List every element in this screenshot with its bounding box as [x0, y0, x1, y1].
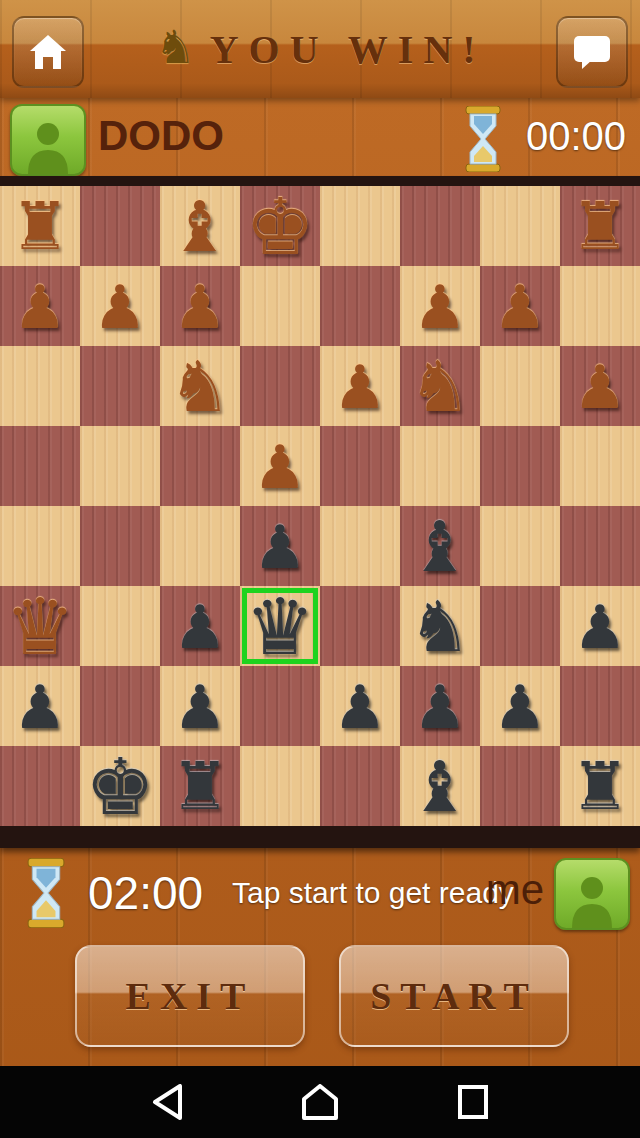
- white-pawn: ♟: [320, 344, 400, 430]
- board-frame-top: [0, 176, 640, 186]
- board-frame-bottom: [0, 826, 640, 848]
- white-pawn: ♟: [560, 344, 640, 430]
- board-square[interactable]: ♝: [400, 746, 480, 826]
- chat-bubble-icon: [572, 33, 612, 71]
- board-square[interactable]: [560, 666, 640, 746]
- white-rook: ♜: [560, 184, 640, 270]
- board-square[interactable]: ♞: [400, 586, 480, 666]
- white-pawn: ♟: [480, 264, 560, 350]
- board-square[interactable]: [80, 506, 160, 586]
- black-pawn: ♟: [320, 664, 400, 750]
- home-nav-icon[interactable]: [300, 1082, 340, 1122]
- board-square[interactable]: [80, 426, 160, 506]
- white-queen: ♛: [0, 584, 80, 670]
- white-pawn: ♟: [160, 264, 240, 350]
- white-pawn: ♟: [0, 264, 80, 350]
- black-pawn: ♟: [160, 664, 240, 750]
- my-name: me: [486, 866, 544, 914]
- highlight-square: [242, 588, 318, 664]
- board-square[interactable]: ♟: [560, 586, 640, 666]
- white-bishop: ♝: [160, 184, 240, 270]
- board-square[interactable]: ♜: [160, 746, 240, 826]
- board-square[interactable]: [240, 746, 320, 826]
- board-square[interactable]: [240, 266, 320, 346]
- board-square[interactable]: ♟: [480, 266, 560, 346]
- black-pawn: ♟: [400, 664, 480, 750]
- black-pawn: ♟: [480, 664, 560, 750]
- exit-button[interactable]: EXIT: [75, 945, 305, 1047]
- board-square[interactable]: [320, 186, 400, 266]
- board-square[interactable]: ♛: [0, 586, 80, 666]
- board-square[interactable]: [320, 586, 400, 666]
- board-square[interactable]: ♟: [240, 506, 320, 586]
- board-square[interactable]: ♝: [400, 506, 480, 586]
- chess-app-screen: ♞ YOU WIN! DODO: [0, 0, 640, 1138]
- board-square[interactable]: ♝: [160, 186, 240, 266]
- board-square[interactable]: ♜: [560, 186, 640, 266]
- board-square[interactable]: [560, 266, 640, 346]
- board-square[interactable]: [240, 666, 320, 746]
- board-square[interactable]: [480, 426, 560, 506]
- board-square[interactable]: [480, 186, 560, 266]
- board-square[interactable]: ♜: [0, 186, 80, 266]
- board-square[interactable]: [0, 746, 80, 826]
- white-pawn: ♟: [400, 264, 480, 350]
- board-square[interactable]: ♟: [560, 346, 640, 426]
- board-square[interactable]: [560, 506, 640, 586]
- opponent-row: DODO 00:00: [0, 98, 640, 178]
- opponent-name: DODO: [98, 112, 224, 160]
- board-square[interactable]: ♟: [400, 666, 480, 746]
- board-square[interactable]: [80, 586, 160, 666]
- board-square[interactable]: ♟: [80, 266, 160, 346]
- board-square[interactable]: [0, 426, 80, 506]
- black-pawn: ♟: [560, 584, 640, 670]
- board-square[interactable]: [320, 746, 400, 826]
- board-square[interactable]: ♞: [400, 346, 480, 426]
- black-bishop: ♝: [400, 744, 480, 830]
- board-square[interactable]: ♟: [0, 266, 80, 346]
- board-square[interactable]: ♟: [160, 666, 240, 746]
- white-king: ♚: [240, 184, 320, 270]
- board-square[interactable]: [480, 506, 560, 586]
- white-pawn: ♟: [80, 264, 160, 350]
- white-pawn: ♟: [240, 424, 320, 510]
- board-square[interactable]: [320, 266, 400, 346]
- board-square[interactable]: ♟: [0, 666, 80, 746]
- white-knight: ♞: [160, 344, 240, 430]
- board-square[interactable]: ♚: [80, 746, 160, 826]
- board-square[interactable]: [480, 346, 560, 426]
- board-square[interactable]: ♜: [560, 746, 640, 826]
- board-square[interactable]: [240, 346, 320, 426]
- start-button[interactable]: START: [339, 945, 569, 1047]
- chat-button[interactable]: [556, 16, 628, 88]
- board-square[interactable]: [320, 506, 400, 586]
- board-square[interactable]: [80, 186, 160, 266]
- result-text: YOU WIN!: [210, 26, 486, 73]
- board-square[interactable]: [80, 666, 160, 746]
- status-text: Tap start to get ready: [232, 876, 514, 910]
- opponent-avatar[interactable]: [10, 104, 86, 176]
- board-square[interactable]: [480, 746, 560, 826]
- board-square[interactable]: [80, 346, 160, 426]
- knight-trophy-icon: ♞: [154, 24, 195, 70]
- opponent-hourglass-icon: [464, 106, 502, 172]
- board-square[interactable]: [560, 426, 640, 506]
- black-rook: ♜: [560, 744, 640, 830]
- back-icon[interactable]: [147, 1082, 187, 1122]
- board-square[interactable]: ♟: [320, 346, 400, 426]
- board-square[interactable]: ♟: [160, 266, 240, 346]
- board-square[interactable]: [480, 586, 560, 666]
- board-square[interactable]: [160, 426, 240, 506]
- board-square[interactable]: ♟: [480, 666, 560, 746]
- board-square[interactable]: ♟: [240, 426, 320, 506]
- top-bar: ♞ YOU WIN!: [0, 0, 640, 98]
- board-square[interactable]: [400, 426, 480, 506]
- board-square[interactable]: [0, 346, 80, 426]
- my-hourglass-icon: [26, 858, 66, 928]
- board-square[interactable]: ♟: [400, 266, 480, 346]
- board-square[interactable]: ♟: [320, 666, 400, 746]
- recents-icon[interactable]: [453, 1082, 493, 1122]
- black-pawn: ♟: [0, 664, 80, 750]
- black-pawn: ♟: [240, 504, 320, 590]
- android-nav-bar: [0, 1066, 640, 1138]
- my-avatar[interactable]: [554, 858, 630, 930]
- board-square[interactable]: ♞: [160, 346, 240, 426]
- black-knight: ♞: [400, 584, 480, 670]
- board-square[interactable]: [160, 506, 240, 586]
- chess-board[interactable]: ♜♝♚♜♟♟♟♟♟♞♟♞♟♟♟♝♛♟♛♞♟♟♟♟♟♟♚♜♝♜: [0, 186, 640, 826]
- my-row: 02:00 Tap start to get ready me: [0, 848, 640, 940]
- my-clock: 02:00: [88, 866, 203, 920]
- white-rook: ♜: [0, 184, 80, 270]
- black-pawn: ♟: [160, 584, 240, 670]
- board-square[interactable]: [320, 426, 400, 506]
- board-square[interactable]: ♚: [240, 186, 320, 266]
- board-square[interactable]: ♛: [240, 586, 320, 666]
- board-square[interactable]: [0, 506, 80, 586]
- person-icon: [566, 872, 618, 928]
- board-square[interactable]: ♟: [160, 586, 240, 666]
- white-knight: ♞: [400, 344, 480, 430]
- black-bishop: ♝: [400, 504, 480, 590]
- board-square[interactable]: [400, 186, 480, 266]
- opponent-clock: 00:00: [526, 114, 626, 159]
- person-icon: [22, 118, 74, 174]
- result-banner: ♞ YOU WIN!: [0, 0, 640, 98]
- black-rook: ♜: [160, 744, 240, 830]
- black-king: ♚: [80, 744, 160, 830]
